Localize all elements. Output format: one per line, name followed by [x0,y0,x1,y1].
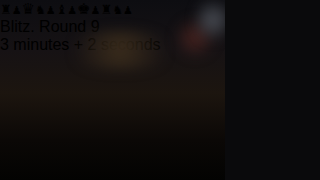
physical-chessboard [24,52,200,140]
physical-piece: ♟ [67,4,77,16]
physical-piece: ♝ [56,2,68,17]
physical-piece: ♛ [22,0,35,17]
physical-piece: ♜ [0,2,12,17]
physical-piece: ♞ [112,3,123,17]
playing-hall-photo: ♜♟♛♞♟♝♟♚♟♜♞♟ Blitz. Round 9 3 minutes + … [0,0,225,180]
physical-piece: ♟ [46,4,56,16]
physical-piece: ♜ [100,2,112,17]
physical-piece: ♞ [35,3,46,17]
physical-piece: ♟ [123,4,133,16]
broadcast-frame: ♜♟♛♞♟♝♟♚♟♜♞♟ Blitz. Round 9 3 minutes + … [0,0,320,180]
physical-pieces: ♜♟♛♞♟♝♟♚♟♜♞♟ [0,0,225,18]
physical-piece: ♚ [77,0,90,17]
physical-piece: ♟ [91,4,101,16]
physical-piece: ♟ [12,4,22,16]
